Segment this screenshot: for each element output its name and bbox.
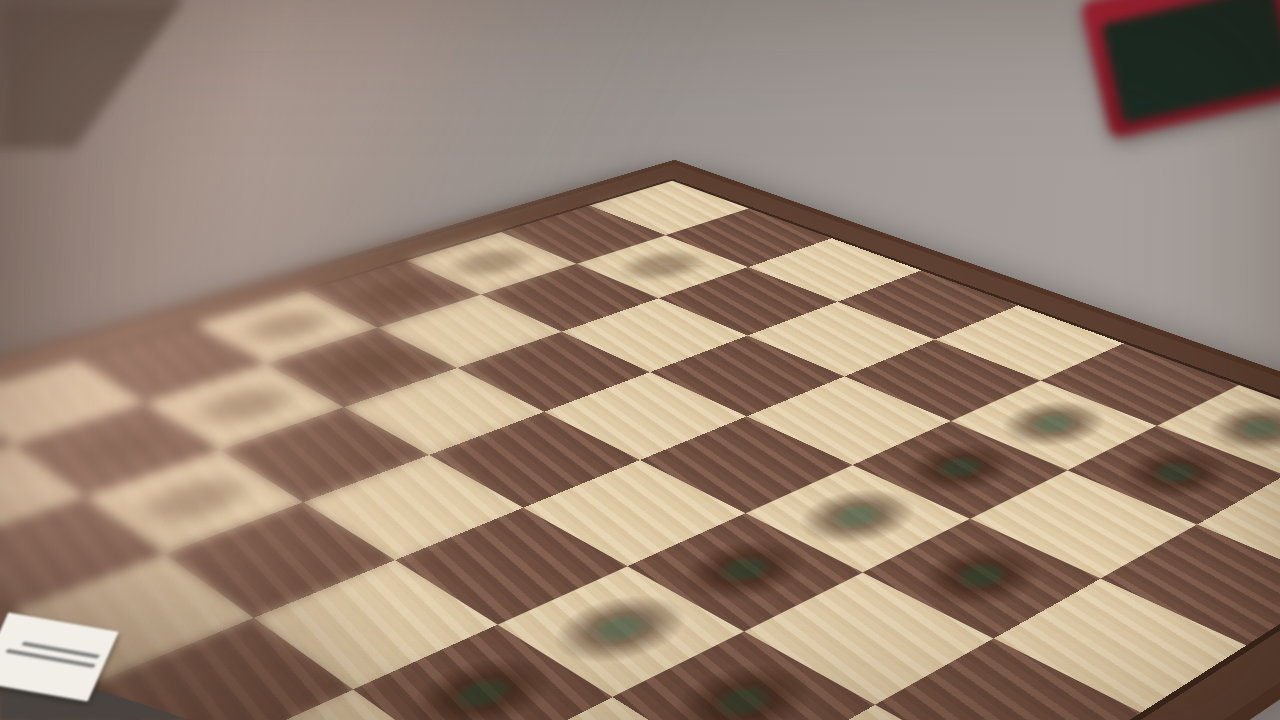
chess-board-grid: ♞♚♝♟♟♟♟♛♟♟♟♟♝♟♟♞♚♛ xyxy=(0,181,1280,720)
board-square-c7: ♟ xyxy=(613,631,876,720)
pawn-glyph: ♟ xyxy=(546,407,942,716)
clock-display xyxy=(1101,0,1280,124)
chess-photo-scene: ♞♚♝♟♟♟♟♛♟♟♟♟♝♟♟♞♚♛ xyxy=(0,0,1280,720)
pawn-glyph: ♟ xyxy=(533,134,792,276)
chess-board: ♞♚♝♟♟♟♟♛♟♟♟♟♝♟♟♞♚♛ xyxy=(0,164,1280,720)
